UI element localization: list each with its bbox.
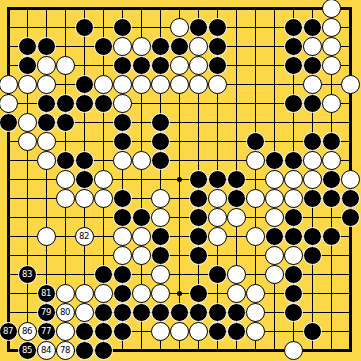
move-number-label: 84 (41, 346, 51, 355)
stone-black[interactable] (284, 37, 303, 56)
stone-white[interactable] (303, 170, 322, 189)
stone-black[interactable] (322, 227, 341, 246)
stone-white[interactable] (322, 56, 341, 75)
stone-black[interactable] (75, 322, 94, 341)
stone-black[interactable] (18, 37, 37, 56)
stone-black[interactable] (189, 284, 208, 303)
stone-black[interactable] (75, 18, 94, 37)
stone-white[interactable] (113, 94, 132, 113)
stone-black[interactable] (37, 94, 56, 113)
stone-white[interactable]: 84 (37, 341, 56, 360)
stone-white[interactable] (303, 75, 322, 94)
stone-white[interactable] (113, 246, 132, 265)
stone-black[interactable] (284, 303, 303, 322)
move-number-label: 81 (41, 289, 51, 298)
stone-white[interactable] (284, 189, 303, 208)
stone-black[interactable] (265, 227, 284, 246)
stone-white[interactable] (208, 189, 227, 208)
stone-black[interactable] (94, 322, 113, 341)
move-number-label: 80 (60, 308, 70, 317)
stone-black[interactable] (189, 170, 208, 189)
stone-white[interactable] (94, 189, 113, 208)
stone-black[interactable] (75, 341, 94, 360)
stone-black[interactable] (303, 246, 322, 265)
stone-black[interactable] (303, 94, 322, 113)
stone-black[interactable] (284, 94, 303, 113)
go-board[interactable]: 8283817980878677858478 (0, 0, 361, 361)
stone-black[interactable] (94, 265, 113, 284)
stone-black[interactable] (189, 303, 208, 322)
stone-black[interactable] (113, 18, 132, 37)
stone-black[interactable] (208, 170, 227, 189)
stone-black[interactable] (284, 56, 303, 75)
stone-black[interactable] (151, 132, 170, 151)
stone-white[interactable] (227, 208, 246, 227)
stone-white[interactable] (75, 303, 94, 322)
stone-white[interactable] (113, 75, 132, 94)
stone-white[interactable] (132, 75, 151, 94)
move-number-label: 82 (79, 232, 89, 241)
stone-white[interactable] (56, 189, 75, 208)
stone-black[interactable] (113, 56, 132, 75)
stone-white[interactable] (113, 37, 132, 56)
stone-black[interactable] (170, 303, 189, 322)
stone-black[interactable] (189, 208, 208, 227)
stone-white[interactable] (189, 322, 208, 341)
stone-white[interactable] (170, 75, 189, 94)
stone-white[interactable] (303, 151, 322, 170)
stone-black[interactable] (113, 265, 132, 284)
stone-black[interactable] (75, 170, 94, 189)
stone-black[interactable] (132, 56, 151, 75)
stone-black[interactable] (227, 303, 246, 322)
stone-white[interactable] (265, 265, 284, 284)
stone-black[interactable] (94, 341, 113, 360)
stone-black[interactable] (322, 132, 341, 151)
stone-black[interactable] (113, 113, 132, 132)
stone-white[interactable] (284, 246, 303, 265)
stone-white[interactable]: 82 (75, 227, 94, 246)
stone-white[interactable] (265, 189, 284, 208)
stone-black[interactable] (0, 113, 18, 132)
move-number-label: 85 (22, 346, 32, 355)
stone-white[interactable] (37, 75, 56, 94)
stone-white[interactable] (151, 208, 170, 227)
hoshi-point (177, 177, 182, 182)
move-number-label: 78 (60, 346, 70, 355)
stone-black[interactable] (303, 322, 322, 341)
stone-black[interactable] (113, 284, 132, 303)
stone-black[interactable] (170, 37, 189, 56)
stone-white[interactable] (322, 94, 341, 113)
stone-black[interactable] (189, 189, 208, 208)
stone-white[interactable] (170, 18, 189, 37)
stone-white[interactable] (246, 322, 265, 341)
stone-white[interactable] (265, 170, 284, 189)
stone-black[interactable] (56, 151, 75, 170)
stone-white[interactable] (341, 75, 360, 94)
stone-white[interactable] (132, 227, 151, 246)
stone-black[interactable] (341, 189, 360, 208)
stone-white[interactable] (132, 151, 151, 170)
stone-white[interactable] (246, 227, 265, 246)
stone-white[interactable] (132, 284, 151, 303)
stone-black[interactable] (94, 37, 113, 56)
move-number-label: 83 (22, 270, 32, 279)
stone-white[interactable] (113, 227, 132, 246)
stone-white[interactable] (56, 170, 75, 189)
move-number-label: 79 (41, 308, 51, 317)
stone-white[interactable] (208, 75, 227, 94)
stone-black[interactable] (322, 170, 341, 189)
stone-white[interactable] (246, 189, 265, 208)
stone-white[interactable] (246, 151, 265, 170)
stone-white[interactable] (113, 151, 132, 170)
stone-black[interactable] (94, 303, 113, 322)
stone-black[interactable] (113, 208, 132, 227)
stone-black[interactable] (75, 75, 94, 94)
stone-black[interactable] (246, 132, 265, 151)
stone-white[interactable] (170, 56, 189, 75)
stone-black[interactable] (303, 189, 322, 208)
stone-black[interactable] (75, 151, 94, 170)
stone-black[interactable] (208, 303, 227, 322)
stone-black[interactable] (341, 208, 360, 227)
stone-black[interactable] (284, 18, 303, 37)
stone-white[interactable]: 80 (56, 303, 75, 322)
stone-black[interactable] (113, 189, 132, 208)
stone-black[interactable]: 79 (37, 303, 56, 322)
stone-white[interactable] (227, 265, 246, 284)
stone-black[interactable] (189, 246, 208, 265)
stone-black[interactable] (208, 18, 227, 37)
stone-black[interactable] (113, 132, 132, 151)
stone-white[interactable] (208, 227, 227, 246)
stone-white[interactable] (94, 170, 113, 189)
stone-white[interactable]: 78 (56, 341, 75, 360)
move-number-label: 86 (22, 327, 32, 336)
stone-white[interactable] (151, 189, 170, 208)
stone-white[interactable] (0, 75, 18, 94)
stone-black[interactable] (284, 227, 303, 246)
stone-white[interactable] (284, 170, 303, 189)
stone-black[interactable] (208, 322, 227, 341)
stone-black[interactable] (132, 303, 151, 322)
stone-black[interactable] (37, 37, 56, 56)
stone-white[interactable] (18, 75, 37, 94)
stone-white[interactable] (75, 284, 94, 303)
stone-white[interactable] (37, 132, 56, 151)
stone-black[interactable] (151, 227, 170, 246)
stone-black[interactable]: 77 (37, 322, 56, 341)
stone-white[interactable] (151, 284, 170, 303)
stone-black[interactable] (208, 265, 227, 284)
move-number-label: 87 (3, 327, 13, 336)
stone-black[interactable] (56, 94, 75, 113)
stone-white[interactable] (151, 265, 170, 284)
stone-white[interactable]: 86 (18, 322, 37, 341)
stone-black[interactable] (151, 246, 170, 265)
stone-black[interactable]: 87 (0, 322, 18, 341)
stone-white[interactable] (75, 189, 94, 208)
stone-black[interactable] (265, 151, 284, 170)
stone-white[interactable] (322, 37, 341, 56)
stone-black[interactable] (94, 94, 113, 113)
stone-white[interactable] (37, 151, 56, 170)
stone-white[interactable] (265, 208, 284, 227)
stone-black[interactable] (75, 94, 94, 113)
stone-white[interactable] (246, 303, 265, 322)
stone-black[interactable] (227, 170, 246, 189)
stone-black[interactable] (151, 151, 170, 170)
move-number-label: 77 (41, 327, 51, 336)
stone-black[interactable] (284, 265, 303, 284)
stone-white[interactable] (151, 75, 170, 94)
stone-white[interactable] (37, 56, 56, 75)
stone-white[interactable] (56, 284, 75, 303)
stone-white[interactable] (322, 151, 341, 170)
stone-black[interactable] (113, 303, 132, 322)
hoshi-point (177, 291, 182, 296)
stone-white[interactable] (0, 94, 18, 113)
stone-black[interactable] (303, 132, 322, 151)
stone-black[interactable] (151, 113, 170, 132)
stone-black[interactable]: 83 (18, 265, 37, 284)
stone-black[interactable] (18, 56, 37, 75)
stone-white[interactable] (56, 322, 75, 341)
stone-white[interactable] (189, 37, 208, 56)
stone-white[interactable] (322, 0, 341, 18)
stone-black[interactable] (208, 37, 227, 56)
stone-white[interactable] (322, 18, 341, 37)
stone-black[interactable] (284, 151, 303, 170)
stone-white[interactable] (246, 284, 265, 303)
stone-black[interactable] (303, 18, 322, 37)
stone-white[interactable] (94, 75, 113, 94)
stone-black[interactable] (208, 56, 227, 75)
stone-white[interactable] (284, 341, 303, 360)
stone-black[interactable] (189, 227, 208, 246)
stone-white[interactable] (18, 113, 37, 132)
stone-black[interactable] (303, 227, 322, 246)
stone-black[interactable] (189, 18, 208, 37)
stone-white[interactable] (189, 56, 208, 75)
stone-black[interactable] (151, 303, 170, 322)
stone-black[interactable] (132, 208, 151, 227)
stone-white[interactable] (18, 132, 37, 151)
stone-black[interactable] (37, 113, 56, 132)
stone-white[interactable] (94, 284, 113, 303)
stone-white[interactable] (227, 284, 246, 303)
stone-black[interactable] (151, 56, 170, 75)
stone-black[interactable] (284, 208, 303, 227)
stone-white[interactable] (265, 246, 284, 265)
stone-black[interactable]: 81 (37, 284, 56, 303)
stone-black[interactable] (284, 284, 303, 303)
stone-white[interactable] (151, 322, 170, 341)
stone-white[interactable] (189, 75, 208, 94)
stone-black[interactable] (151, 37, 170, 56)
stone-black[interactable]: 85 (18, 341, 37, 360)
stone-white[interactable] (132, 37, 151, 56)
stone-white[interactable] (341, 170, 360, 189)
stone-black[interactable] (322, 189, 341, 208)
stone-black[interactable] (227, 189, 246, 208)
stone-white[interactable] (170, 322, 189, 341)
stone-black[interactable] (56, 113, 75, 132)
stone-white[interactable] (56, 56, 75, 75)
stone-black[interactable] (113, 322, 132, 341)
stone-black[interactable] (303, 56, 322, 75)
stone-white[interactable] (303, 37, 322, 56)
stone-white[interactable] (37, 227, 56, 246)
stone-black[interactable] (227, 322, 246, 341)
stone-white[interactable] (132, 246, 151, 265)
stone-white[interactable] (208, 208, 227, 227)
